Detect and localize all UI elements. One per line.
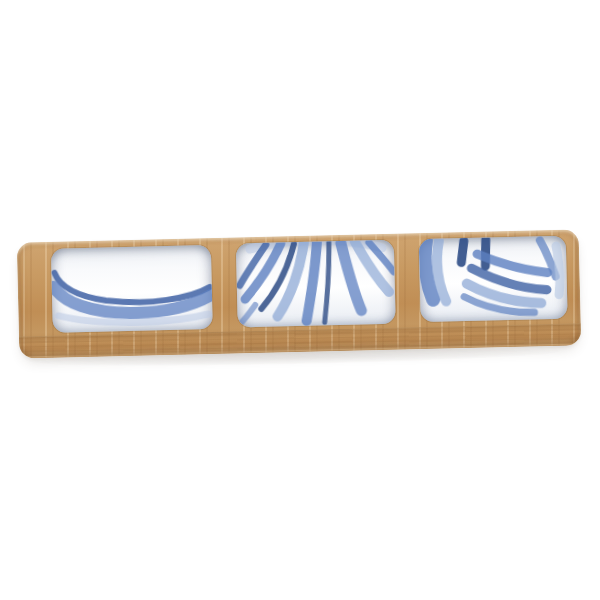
watercolor-pattern-left — [51, 245, 213, 333]
brush-stroke — [556, 246, 560, 295]
watercolor-pattern-right — [419, 236, 568, 322]
brush-stroke-group — [53, 269, 211, 324]
compartment-right — [419, 236, 568, 322]
brush-stroke — [54, 283, 212, 315]
brush-stroke-group — [424, 238, 560, 315]
wooden-tray — [17, 229, 582, 358]
brush-stroke-group — [239, 240, 395, 325]
brush-stroke — [240, 305, 255, 323]
brush-stroke — [323, 242, 331, 322]
brush-stroke — [424, 241, 433, 300]
brush-stroke — [461, 241, 464, 262]
compartment-middle — [236, 240, 396, 328]
brush-stroke — [437, 241, 446, 302]
compartment-left — [51, 245, 213, 333]
product-photo — [0, 0, 600, 600]
watercolor-pattern-middle — [236, 240, 396, 328]
